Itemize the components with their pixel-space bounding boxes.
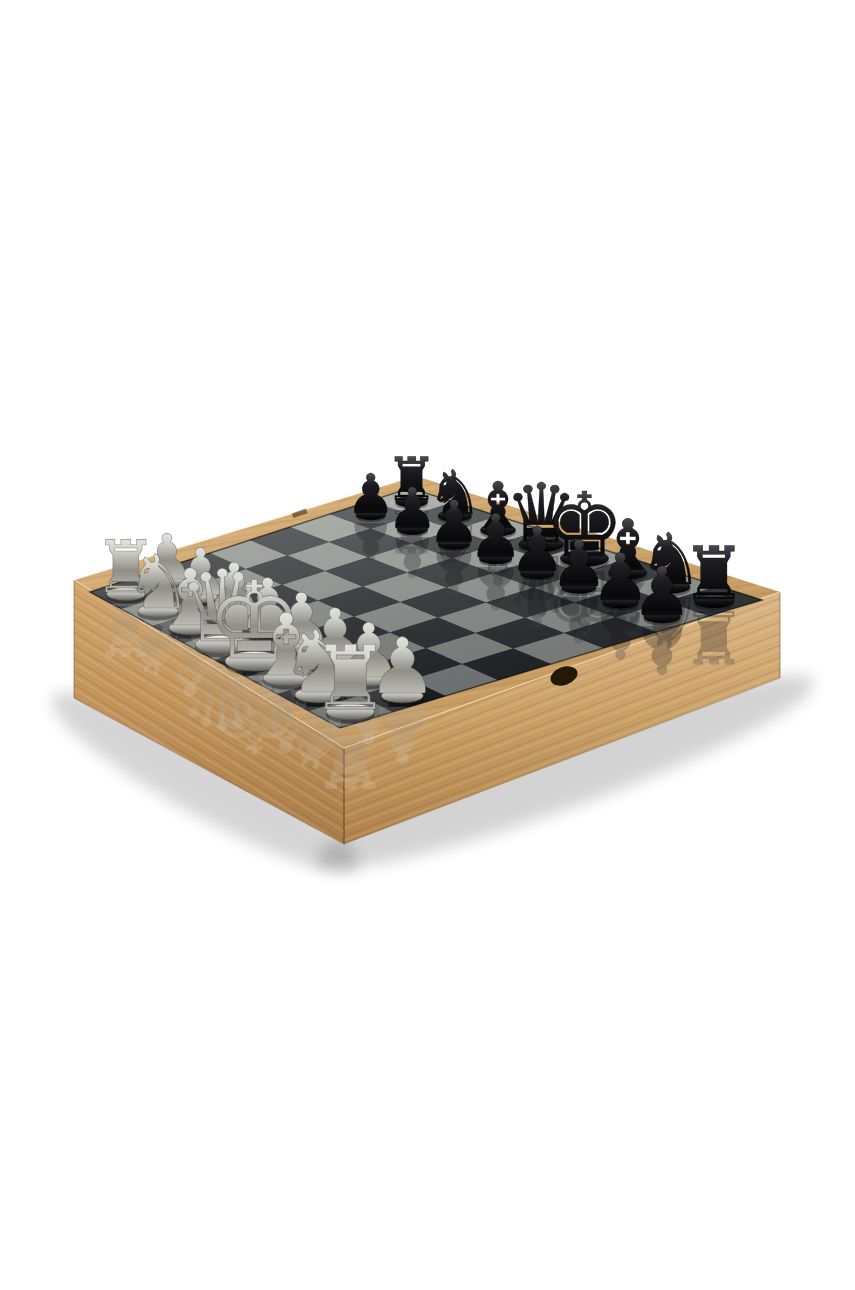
black-pawn-h7[interactable]: ♟ bbox=[632, 552, 692, 631]
white-rook-h1[interactable]: ♜ bbox=[311, 627, 391, 730]
piece-glyph: ♜ bbox=[311, 627, 391, 730]
chess-board-scene: ♜♟♞♟♝♟♛♚♟♝♟♟♞♟♜♟♜♟♞♟♟♝♟♛♟♚♟♝♟♞♟♜♜♟♞♟♝♟♛♚… bbox=[0, 0, 855, 1290]
piece-glyph: ♟ bbox=[632, 552, 692, 631]
chess-set-product-photo: ♜♟♞♟♝♟♛♚♟♝♟♟♞♟♜♟♜♟♞♟♟♝♟♛♟♚♟♝♟♞♟♜♜♟♞♟♝♟♛♚… bbox=[0, 0, 855, 1290]
